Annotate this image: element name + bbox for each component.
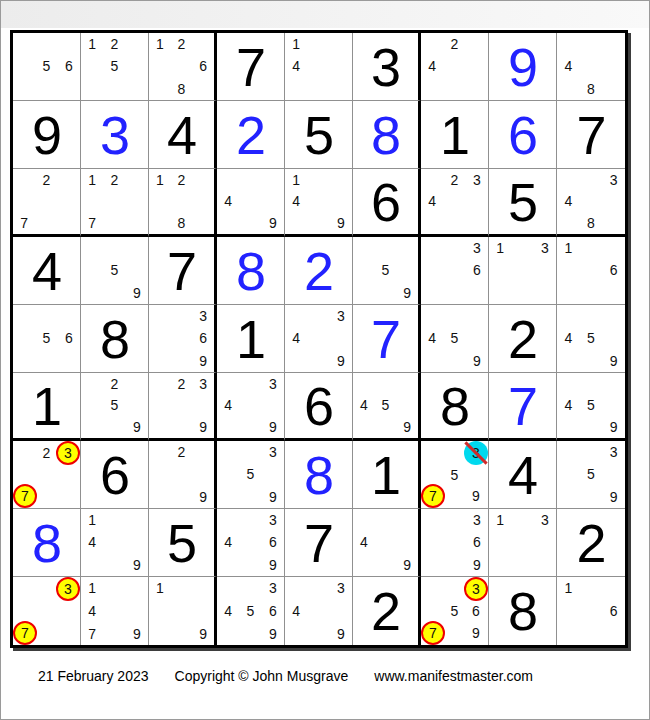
pencil-marks: 35679 [421, 577, 488, 645]
empty-candidate-slot [149, 78, 171, 100]
empty-candidate-slot [580, 191, 603, 213]
empty-candidate-slot [171, 191, 193, 213]
cell-r6c2[interactable]: 259 [81, 373, 149, 441]
solved-digit: 2 [236, 108, 265, 162]
candidate-6: 6 [262, 531, 284, 553]
empty-candidate-slot [307, 350, 329, 372]
given-digit: 5 [508, 175, 537, 229]
empty-candidate-slot [126, 55, 148, 77]
empty-candidate-slot [396, 259, 418, 281]
empty-candidate-slot [443, 55, 465, 77]
cell-r8c5[interactable]: 7 [285, 509, 353, 577]
pencil-marks: 49 [353, 509, 418, 576]
cell-r2c7[interactable]: 1 [421, 101, 489, 169]
candidate-8: 8 [580, 78, 603, 100]
empty-candidate-slot [192, 600, 214, 623]
given-digit: 1 [32, 379, 61, 433]
empty-candidate-slot [330, 55, 352, 77]
solved-digit: 8 [371, 108, 400, 162]
empty-candidate-slot [58, 350, 80, 372]
cell-r9c6[interactable]: 2 [353, 577, 421, 645]
cell-r4c6[interactable]: 59 [353, 237, 421, 305]
solved-digit: 9 [508, 40, 537, 94]
empty-candidate-slot [580, 259, 603, 281]
empty-candidate-slot [81, 55, 103, 77]
candidate-9: 9 [192, 416, 214, 438]
cell-r6c7[interactable]: 8 [421, 373, 489, 441]
cell-r4c4[interactable]: 8 [217, 237, 285, 305]
empty-candidate-slot [602, 373, 625, 395]
candidate-4: 4 [353, 531, 375, 553]
cell-r3c8[interactable]: 5 [489, 169, 557, 237]
empty-candidate-slot [103, 509, 125, 531]
cell-r3c6[interactable]: 6 [353, 169, 421, 237]
cell-r1c4[interactable]: 7 [217, 33, 285, 101]
empty-candidate-slot [217, 212, 239, 234]
cell-r1c8[interactable]: 9 [489, 33, 557, 101]
given-digit: 2 [371, 584, 400, 638]
cell-r6c1[interactable]: 1 [13, 373, 81, 441]
cell-r3c7[interactable]: 234 [421, 169, 489, 237]
cell-r2c2[interactable]: 3 [81, 101, 149, 169]
empty-candidate-slot [171, 395, 193, 417]
empty-candidate-slot [511, 554, 533, 576]
cell-r7c1[interactable]: 237 [13, 441, 81, 509]
cell-r8c6[interactable]: 49 [353, 509, 421, 577]
given-digit: 3 [371, 40, 400, 94]
candidate-5: 5 [239, 600, 261, 623]
cell-r5c6[interactable]: 7 [353, 305, 421, 373]
pencil-marks: 1479 [81, 577, 148, 645]
candidate-5: 5 [239, 463, 261, 485]
cell-r4c9[interactable]: 16 [557, 237, 625, 305]
empty-candidate-slot [557, 622, 580, 645]
pencil-marks: 149 [285, 169, 352, 234]
sudoku-board: 5612512687143249489342581672712712849149… [10, 30, 628, 648]
empty-candidate-slot [103, 600, 125, 623]
pencil-marks: 24 [421, 33, 488, 100]
given-digit: 2 [576, 516, 605, 570]
candidate-2: 2 [171, 33, 193, 55]
empty-candidate-slot [239, 486, 261, 508]
empty-candidate-slot [239, 441, 261, 463]
empty-candidate-slot [239, 191, 261, 213]
empty-candidate-slot [103, 622, 125, 645]
empty-candidate-slot [580, 441, 603, 463]
empty-candidate-slot [421, 259, 443, 281]
cell-r3c9[interactable]: 348 [557, 169, 625, 237]
given-digit: 7 [576, 108, 605, 162]
pencil-marks: 36 [421, 237, 488, 304]
given-digit: 2 [508, 312, 537, 366]
empty-candidate-slot [511, 509, 533, 531]
empty-candidate-slot [56, 484, 80, 508]
cell-r3c4[interactable]: 49 [217, 169, 285, 237]
empty-candidate-slot [171, 305, 193, 327]
cell-r9c8[interactable]: 8 [489, 577, 557, 645]
cell-r3c3[interactable]: 128 [149, 169, 217, 237]
given-digit: 4 [32, 244, 61, 298]
cell-r7c8[interactable]: 4 [489, 441, 557, 509]
candidate-5: 5 [103, 55, 125, 77]
candidate-5: 5 [443, 327, 465, 349]
empty-candidate-slot [217, 441, 239, 463]
candidate-2: 2 [103, 373, 125, 395]
cell-r2c1[interactable]: 9 [13, 101, 81, 169]
footer: 21 February 2023Copyright © John Musgrav… [38, 668, 533, 684]
empty-candidate-slot [602, 622, 625, 645]
cell-r7c6[interactable]: 1 [353, 441, 421, 509]
empty-candidate-slot [126, 259, 148, 281]
empty-candidate-slot [37, 601, 56, 621]
cell-r6c9[interactable]: 459 [557, 373, 625, 441]
candidate-1: 1 [149, 33, 171, 55]
candidate-1: 1 [285, 33, 307, 55]
cell-r8c1[interactable]: 8 [13, 509, 81, 577]
empty-candidate-slot [149, 486, 171, 508]
candidate-9: 9 [126, 416, 148, 438]
candidate-9: 9 [262, 212, 284, 234]
empty-candidate-slot [580, 600, 603, 623]
given-digit: 5 [167, 516, 196, 570]
pencil-marks: 13 [489, 237, 556, 304]
given-digit: 6 [371, 175, 400, 229]
empty-candidate-slot [58, 169, 80, 191]
highlight-candidate-circle: 3 [464, 577, 488, 601]
cell-r9c9[interactable]: 16 [557, 577, 625, 645]
empty-candidate-slot [466, 282, 488, 304]
empty-candidate-slot [239, 531, 261, 553]
empty-candidate-slot [307, 327, 329, 349]
cell-r3c5[interactable]: 149 [285, 169, 353, 237]
empty-candidate-slot [534, 259, 556, 281]
empty-candidate-slot [192, 577, 214, 600]
empty-candidate-slot [443, 259, 465, 281]
empty-candidate-slot [375, 373, 397, 395]
cell-r5c2[interactable]: 8 [81, 305, 149, 373]
cell-r8c7[interactable]: 369 [421, 509, 489, 577]
empty-candidate-slot [421, 441, 445, 465]
empty-candidate-slot [37, 577, 56, 601]
pencil-marks: 48 [557, 33, 625, 100]
empty-candidate-slot [217, 486, 239, 508]
empty-candidate-slot [557, 441, 580, 463]
cell-r1c2[interactable]: 125 [81, 33, 149, 101]
cell-r8c8[interactable]: 13 [489, 509, 557, 577]
empty-candidate-slot [330, 78, 352, 100]
cell-r3c2[interactable]: 127 [81, 169, 149, 237]
empty-candidate-slot [557, 486, 580, 508]
empty-candidate-slot [171, 463, 193, 485]
cell-r5c3[interactable]: 369 [149, 305, 217, 373]
cell-r1c3[interactable]: 1268 [149, 33, 217, 101]
given-digit: 7 [236, 40, 265, 94]
empty-candidate-slot [396, 395, 418, 417]
empty-candidate-slot [239, 509, 261, 531]
candidate-4: 4 [217, 531, 239, 553]
cell-r4c7[interactable]: 36 [421, 237, 489, 305]
empty-candidate-slot [81, 395, 103, 417]
candidate-9: 9 [262, 486, 284, 508]
cell-r9c4[interactable]: 34569 [217, 577, 285, 645]
empty-candidate-slot [511, 282, 533, 304]
cell-r5c1[interactable]: 56 [13, 305, 81, 373]
empty-candidate-slot [557, 350, 580, 372]
empty-candidate-slot [353, 509, 375, 531]
empty-candidate-slot [149, 373, 171, 395]
empty-candidate-slot [466, 305, 488, 327]
solved-digit: 8 [304, 448, 333, 502]
candidate-3: 3 [602, 169, 625, 191]
cell-r7c5[interactable]: 8 [285, 441, 353, 509]
empty-candidate-slot [126, 237, 148, 259]
empty-candidate-slot [13, 33, 35, 55]
empty-candidate-slot [103, 78, 125, 100]
candidate-4: 4 [557, 395, 580, 417]
candidate-3: 3 [262, 577, 284, 600]
empty-candidate-slot [602, 78, 625, 100]
pencil-marks: 234 [421, 169, 488, 234]
solved-digit: 2 [304, 244, 333, 298]
cell-r4c1[interactable]: 4 [13, 237, 81, 305]
candidate-4: 4 [81, 531, 103, 553]
candidate-2: 2 [171, 441, 193, 463]
given-digit: 5 [304, 108, 333, 162]
cell-r4c2[interactable]: 59 [81, 237, 149, 305]
pencil-marks: 259 [81, 373, 148, 438]
highlight-candidate-circle: 7 [421, 621, 445, 645]
pencil-marks: 239 [149, 373, 214, 438]
empty-candidate-slot [580, 305, 603, 327]
cell-r7c2[interactable]: 6 [81, 441, 149, 509]
empty-candidate-slot [58, 191, 80, 213]
cell-r1c1[interactable]: 56 [13, 33, 81, 101]
empty-candidate-slot [81, 416, 103, 438]
candidate-3: 3 [56, 577, 80, 601]
empty-candidate-slot [602, 395, 625, 417]
candidate-7: 7 [13, 484, 37, 508]
empty-candidate-slot [217, 509, 239, 531]
cell-r4c5[interactable]: 2 [285, 237, 353, 305]
cell-r2c5[interactable]: 5 [285, 101, 353, 169]
empty-candidate-slot [285, 305, 307, 327]
footer-date: 21 February 2023 [38, 668, 149, 684]
candidate-6: 6 [192, 327, 214, 349]
empty-candidate-slot [443, 212, 465, 234]
empty-candidate-slot [217, 169, 239, 191]
empty-candidate-slot [239, 212, 261, 234]
cell-r2c8[interactable]: 6 [489, 101, 557, 169]
candidate-9: 9 [126, 554, 148, 576]
pencil-marks: 59 [81, 237, 148, 304]
empty-candidate-slot [149, 416, 171, 438]
cell-r8c3[interactable]: 5 [149, 509, 217, 577]
highlight-candidate-circle: 3 [56, 441, 80, 465]
candidate-7: 7 [421, 484, 445, 508]
given-digit: 1 [440, 108, 469, 162]
cell-r8c4[interactable]: 3469 [217, 509, 285, 577]
empty-candidate-slot [466, 327, 488, 349]
empty-candidate-slot [375, 237, 397, 259]
cell-r9c7[interactable]: 35679 [421, 577, 489, 645]
cell-r1c5[interactable]: 14 [285, 33, 353, 101]
cell-r5c9[interactable]: 459 [557, 305, 625, 373]
cell-r2c9[interactable]: 7 [557, 101, 625, 169]
candidate-9: 9 [126, 622, 148, 645]
empty-candidate-slot [580, 622, 603, 645]
empty-candidate-slot [580, 282, 603, 304]
candidate-5: 5 [445, 601, 464, 621]
candidate-8: 8 [580, 212, 603, 234]
solved-digit: 8 [236, 244, 265, 298]
empty-candidate-slot [81, 237, 103, 259]
cell-r2c3[interactable]: 4 [149, 101, 217, 169]
empty-candidate-slot [192, 191, 214, 213]
empty-candidate-slot [285, 78, 307, 100]
empty-candidate-slot [35, 350, 57, 372]
empty-candidate-slot [353, 237, 375, 259]
candidate-6: 6 [58, 55, 80, 77]
empty-candidate-slot [466, 55, 488, 77]
candidate-3: 3 [330, 305, 352, 327]
candidate-3: 3 [330, 577, 352, 600]
given-digit: 4 [508, 448, 537, 502]
empty-candidate-slot [192, 212, 214, 234]
cell-r4c3[interactable]: 7 [149, 237, 217, 305]
empty-candidate-slot [285, 212, 307, 234]
empty-candidate-slot [262, 463, 284, 485]
empty-candidate-slot [421, 577, 445, 601]
empty-candidate-slot [149, 327, 171, 349]
pencil-marks: 149 [81, 509, 148, 576]
cell-r3c1[interactable]: 27 [13, 169, 81, 237]
empty-candidate-slot [81, 282, 103, 304]
candidate-5: 5 [375, 395, 397, 417]
empty-candidate-slot [421, 465, 445, 484]
empty-candidate-slot [421, 350, 443, 372]
candidate-3: 3 [262, 441, 284, 463]
empty-candidate-slot [464, 465, 488, 484]
candidate-3: 3 [262, 373, 284, 395]
pencil-marks: 16 [557, 577, 625, 645]
empty-candidate-slot [171, 577, 193, 600]
empty-candidate-slot [262, 169, 284, 191]
empty-candidate-slot [81, 259, 103, 281]
empty-candidate-slot [126, 169, 148, 191]
empty-candidate-slot [35, 212, 57, 234]
cell-r2c4[interactable]: 2 [217, 101, 285, 169]
cell-r7c3[interactable]: 29 [149, 441, 217, 509]
cell-r6c6[interactable]: 459 [353, 373, 421, 441]
pencil-marks: 459 [421, 305, 488, 372]
pencil-marks: 459 [557, 305, 625, 372]
cell-r6c5[interactable]: 6 [285, 373, 353, 441]
empty-candidate-slot [126, 509, 148, 531]
cell-r8c2[interactable]: 149 [81, 509, 149, 577]
candidate-8: 8 [171, 78, 193, 100]
cell-r9c1[interactable]: 37 [13, 577, 81, 645]
empty-candidate-slot [396, 531, 418, 553]
cell-r9c2[interactable]: 1479 [81, 577, 149, 645]
cell-r2c6[interactable]: 8 [353, 101, 421, 169]
cell-r7c4[interactable]: 359 [217, 441, 285, 509]
empty-candidate-slot [580, 237, 603, 259]
empty-candidate-slot [149, 55, 171, 77]
cell-r5c7[interactable]: 459 [421, 305, 489, 373]
cell-r4c8[interactable]: 13 [489, 237, 557, 305]
candidate-4: 4 [285, 327, 307, 349]
cell-r7c9[interactable]: 359 [557, 441, 625, 509]
empty-candidate-slot [239, 577, 261, 600]
cell-r6c4[interactable]: 349 [217, 373, 285, 441]
pencil-marks: 3469 [217, 509, 284, 576]
empty-candidate-slot [421, 33, 443, 55]
given-digit: 7 [167, 244, 196, 298]
candidate-9: 9 [602, 416, 625, 438]
empty-candidate-slot [192, 463, 214, 485]
candidate-9: 9 [396, 416, 418, 438]
empty-candidate-slot [13, 191, 35, 213]
empty-candidate-slot [81, 78, 103, 100]
empty-candidate-slot [35, 305, 57, 327]
empty-candidate-slot [466, 78, 488, 100]
empty-candidate-slot [171, 416, 193, 438]
empty-candidate-slot [13, 169, 35, 191]
candidate-4: 4 [421, 327, 443, 349]
candidate-4: 4 [217, 600, 239, 623]
cell-r5c8[interactable]: 2 [489, 305, 557, 373]
cell-r9c5[interactable]: 349 [285, 577, 353, 645]
cell-r5c4[interactable]: 1 [217, 305, 285, 373]
empty-candidate-slot [580, 169, 603, 191]
cell-r1c6[interactable]: 3 [353, 33, 421, 101]
candidate-9: 9 [126, 282, 148, 304]
candidate-8: 8 [171, 212, 193, 234]
candidate-1: 1 [81, 509, 103, 531]
empty-candidate-slot [580, 577, 603, 600]
empty-candidate-slot [56, 601, 80, 621]
empty-candidate-slot [602, 577, 625, 600]
cell-r1c9[interactable]: 48 [557, 33, 625, 101]
cell-r5c5[interactable]: 349 [285, 305, 353, 373]
candidate-9: 9 [192, 622, 214, 645]
candidate-5: 5 [35, 327, 57, 349]
empty-candidate-slot [421, 282, 443, 304]
candidate-2: 2 [443, 33, 465, 55]
pencil-marks: 16 [557, 237, 625, 304]
empty-candidate-slot [330, 600, 352, 623]
candidate-4: 4 [353, 395, 375, 417]
empty-candidate-slot [443, 350, 465, 372]
candidate-9: 9 [602, 350, 625, 372]
candidate-3: 3 [534, 237, 556, 259]
empty-candidate-slot [171, 55, 193, 77]
cell-r1c7[interactable]: 24 [421, 33, 489, 101]
empty-candidate-slot [126, 373, 148, 395]
empty-candidate-slot [602, 327, 625, 349]
empty-candidate-slot [557, 33, 580, 55]
candidate-2: 2 [35, 169, 57, 191]
footer-website-link[interactable]: www.manifestmaster.com [374, 668, 533, 684]
cell-r6c8[interactable]: 7 [489, 373, 557, 441]
cell-r6c3[interactable]: 239 [149, 373, 217, 441]
cell-r8c9[interactable]: 2 [557, 509, 625, 577]
empty-candidate-slot [375, 509, 397, 531]
pencil-marks: 459 [353, 373, 418, 438]
cell-r9c3[interactable]: 19 [149, 577, 217, 645]
pencil-marks: 37 [13, 577, 80, 645]
cell-r7c7[interactable]: 3579 [421, 441, 489, 509]
